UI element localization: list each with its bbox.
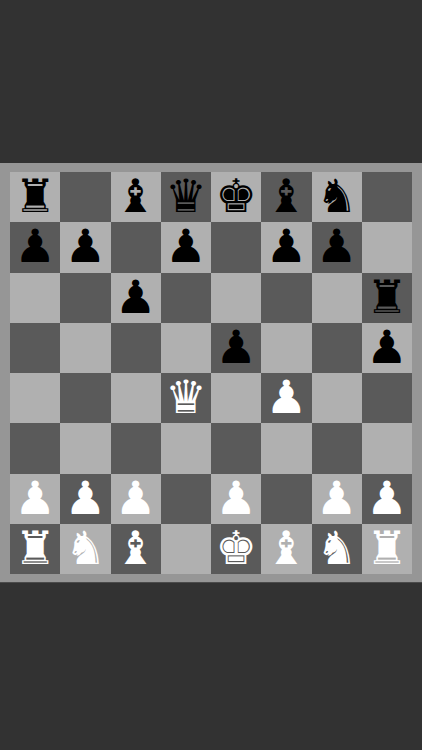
square-h6[interactable]: ♜	[362, 273, 412, 323]
square-e4[interactable]	[211, 373, 261, 423]
square-a1[interactable]: ♜	[10, 524, 60, 574]
square-h3[interactable]	[362, 423, 412, 473]
square-f5[interactable]	[261, 323, 311, 373]
square-c1[interactable]: ♝	[111, 524, 161, 574]
square-d2[interactable]	[161, 474, 211, 524]
square-c7[interactable]	[111, 222, 161, 272]
app-screen: ♜♝♛♚♝♞♟♟♟♟♟♟♜♟♟♛♟♟♟♟♟♟♟♜♞♝♚♝♞♜	[0, 0, 422, 750]
square-c5[interactable]	[111, 323, 161, 373]
square-c8[interactable]: ♝	[111, 172, 161, 222]
piece-white-king: ♚	[216, 524, 257, 573]
square-e2[interactable]: ♟	[211, 474, 261, 524]
square-h8[interactable]	[362, 172, 412, 222]
piece-white-bishop: ♝	[266, 524, 307, 573]
square-e6[interactable]	[211, 273, 261, 323]
square-a4[interactable]	[10, 373, 60, 423]
square-a7[interactable]: ♟	[10, 222, 60, 272]
piece-white-queen: ♛	[165, 373, 206, 422]
piece-white-pawn: ♟	[65, 474, 106, 523]
piece-white-rook: ♜	[366, 524, 407, 573]
square-g8[interactable]: ♞	[312, 172, 362, 222]
piece-black-pawn: ♟	[316, 222, 357, 271]
square-a5[interactable]	[10, 323, 60, 373]
piece-black-king: ♚	[216, 172, 257, 221]
square-d8[interactable]: ♛	[161, 172, 211, 222]
square-h2[interactable]: ♟	[362, 474, 412, 524]
piece-white-pawn: ♟	[15, 474, 56, 523]
piece-white-knight: ♞	[316, 524, 357, 573]
square-b7[interactable]: ♟	[60, 222, 110, 272]
piece-white-pawn: ♟	[216, 474, 257, 523]
piece-white-rook: ♜	[15, 524, 56, 573]
square-h4[interactable]	[362, 373, 412, 423]
square-g1[interactable]: ♞	[312, 524, 362, 574]
square-b4[interactable]	[60, 373, 110, 423]
square-b8[interactable]	[60, 172, 110, 222]
square-g5[interactable]	[312, 323, 362, 373]
piece-white-pawn: ♟	[316, 474, 357, 523]
piece-white-bishop: ♝	[115, 524, 156, 573]
square-d4[interactable]: ♛	[161, 373, 211, 423]
piece-black-pawn: ♟	[65, 222, 106, 271]
piece-black-pawn: ♟	[115, 273, 156, 322]
square-e1[interactable]: ♚	[211, 524, 261, 574]
piece-black-pawn: ♟	[165, 222, 206, 271]
piece-white-pawn: ♟	[115, 474, 156, 523]
square-d5[interactable]	[161, 323, 211, 373]
square-c3[interactable]	[111, 423, 161, 473]
square-f2[interactable]	[261, 474, 311, 524]
square-f4[interactable]: ♟	[261, 373, 311, 423]
piece-black-pawn: ♟	[15, 222, 56, 271]
square-h5[interactable]: ♟	[362, 323, 412, 373]
square-b1[interactable]: ♞	[60, 524, 110, 574]
piece-white-knight: ♞	[65, 524, 106, 573]
square-e5[interactable]: ♟	[211, 323, 261, 373]
square-f1[interactable]: ♝	[261, 524, 311, 574]
square-b3[interactable]	[60, 423, 110, 473]
piece-black-bishop: ♝	[266, 172, 307, 221]
square-d1[interactable]	[161, 524, 211, 574]
square-a2[interactable]: ♟	[10, 474, 60, 524]
square-g6[interactable]	[312, 273, 362, 323]
piece-black-queen: ♛	[165, 172, 206, 221]
square-d3[interactable]	[161, 423, 211, 473]
piece-black-knight: ♞	[316, 172, 357, 221]
square-g7[interactable]: ♟	[312, 222, 362, 272]
piece-black-pawn: ♟	[216, 323, 257, 372]
square-a8[interactable]: ♜	[10, 172, 60, 222]
square-g2[interactable]: ♟	[312, 474, 362, 524]
square-f6[interactable]	[261, 273, 311, 323]
chess-board-frame: ♜♝♛♚♝♞♟♟♟♟♟♟♜♟♟♛♟♟♟♟♟♟♟♜♞♝♚♝♞♜	[0, 163, 422, 583]
piece-black-bishop: ♝	[115, 172, 156, 221]
square-d6[interactable]	[161, 273, 211, 323]
square-f3[interactable]	[261, 423, 311, 473]
chess-board: ♜♝♛♚♝♞♟♟♟♟♟♟♜♟♟♛♟♟♟♟♟♟♟♜♞♝♚♝♞♜	[10, 172, 412, 574]
square-b2[interactable]: ♟	[60, 474, 110, 524]
square-c2[interactable]: ♟	[111, 474, 161, 524]
square-f8[interactable]: ♝	[261, 172, 311, 222]
square-c4[interactable]	[111, 373, 161, 423]
piece-black-rook: ♜	[15, 172, 56, 221]
square-e7[interactable]	[211, 222, 261, 272]
square-c6[interactable]: ♟	[111, 273, 161, 323]
square-d7[interactable]: ♟	[161, 222, 211, 272]
square-g4[interactable]	[312, 373, 362, 423]
square-g3[interactable]	[312, 423, 362, 473]
square-e3[interactable]	[211, 423, 261, 473]
square-b6[interactable]	[60, 273, 110, 323]
piece-black-pawn: ♟	[266, 222, 307, 271]
piece-white-pawn: ♟	[366, 474, 407, 523]
square-a3[interactable]	[10, 423, 60, 473]
square-b5[interactable]	[60, 323, 110, 373]
square-e8[interactable]: ♚	[211, 172, 261, 222]
square-a6[interactable]	[10, 273, 60, 323]
piece-black-pawn: ♟	[366, 323, 407, 372]
square-h1[interactable]: ♜	[362, 524, 412, 574]
square-f7[interactable]: ♟	[261, 222, 311, 272]
piece-black-rook: ♜	[366, 273, 407, 322]
square-h7[interactable]	[362, 222, 412, 272]
piece-white-pawn: ♟	[266, 373, 307, 422]
